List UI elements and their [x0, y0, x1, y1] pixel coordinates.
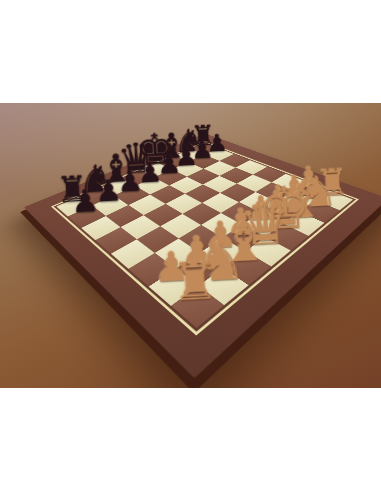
- page: ♜♟♟♜♞♟♟♞♝♟♟♝♚♟♟♚♛♟♟♛♝♟♟♝♞♟♟♞♜♟♟♜: [0, 0, 381, 492]
- piece-black-pawn[interactable]: ♟: [70, 187, 99, 218]
- maple-border: ♜♟♟♜♞♟♟♞♝♟♟♝♚♟♟♚♛♟♟♛♝♟♟♝♞♟♟♞♜♟♟♜: [51, 141, 359, 335]
- piece-white-rook[interactable]: ♜: [170, 256, 219, 308]
- board-photo: ♜♟♟♜♞♟♟♞♝♟♟♝♚♟♟♚♛♟♟♛♝♟♟♝♞♟♟♞♜♟♟♜: [0, 103, 381, 388]
- square-d6[interactable]: [149, 185, 184, 204]
- chess-scene: ♜♟♟♜♞♟♟♞♝♟♟♝♚♟♟♚♛♟♟♛♝♟♟♝♞♟♟♞♜♟♟♜: [66, 103, 337, 339]
- board-grid: ♜♟♟♜♞♟♟♞♝♟♟♝♚♟♟♚♛♟♟♛♝♟♟♝♞♟♟♞♜♟♟♜: [56, 143, 353, 328]
- square-a1[interactable]: ♜: [171, 286, 225, 328]
- square-c5[interactable]: [144, 204, 182, 226]
- chess-board: ♜♟♟♜♞♟♟♞♝♟♟♝♚♟♟♚♛♟♟♛♝♟♟♝♞♟♟♞♜♟♟♜: [24, 133, 381, 378]
